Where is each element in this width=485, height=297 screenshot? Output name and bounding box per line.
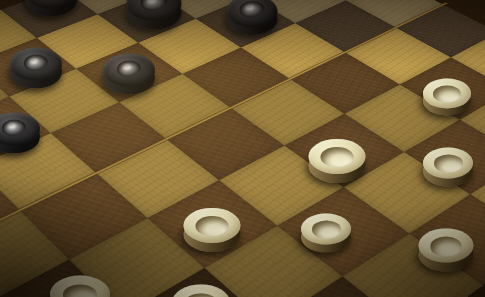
piece-dimple bbox=[117, 60, 142, 77]
piece-top bbox=[423, 79, 471, 109]
black-man-d6[interactable] bbox=[103, 54, 155, 95]
white-man-d2[interactable] bbox=[301, 214, 351, 253]
white-man-e1[interactable] bbox=[419, 229, 474, 272]
piece-top bbox=[10, 48, 62, 81]
white-man-e3[interactable] bbox=[309, 139, 366, 183]
black-man-c7[interactable] bbox=[10, 48, 62, 89]
piece-dimple bbox=[434, 155, 463, 172]
piece-dimple bbox=[195, 216, 228, 236]
black-man-e7[interactable] bbox=[127, 0, 182, 30]
white-man-c3[interactable] bbox=[184, 208, 241, 252]
piece-dimple bbox=[433, 86, 461, 103]
piece-dimple bbox=[184, 293, 218, 297]
piece-dimple bbox=[320, 147, 353, 167]
piece-dimple bbox=[430, 237, 462, 256]
piece-top bbox=[50, 276, 110, 297]
piece-top bbox=[301, 214, 351, 245]
piece-dimple bbox=[63, 285, 98, 297]
piece-top bbox=[423, 148, 473, 179]
piece-dimple bbox=[312, 221, 341, 238]
black-man-d8[interactable] bbox=[25, 0, 77, 17]
piece-dimple bbox=[141, 0, 167, 11]
piece-top bbox=[184, 208, 241, 243]
piece-top bbox=[172, 285, 230, 297]
black-man-f6[interactable] bbox=[227, 0, 278, 35]
piece-top bbox=[309, 139, 366, 174]
piece-top bbox=[103, 54, 155, 87]
white-man-g3[interactable] bbox=[423, 79, 471, 116]
pieces-layer bbox=[0, 0, 485, 297]
piece-dimple bbox=[240, 1, 264, 18]
white-man-a3[interactable] bbox=[50, 276, 110, 297]
piece-dimple bbox=[2, 119, 27, 136]
checkers-photo-stage bbox=[0, 0, 485, 297]
white-man-f2[interactable] bbox=[423, 148, 473, 187]
black-man-b6[interactable] bbox=[0, 113, 40, 154]
white-man-b2[interactable] bbox=[172, 285, 230, 297]
piece-dimple bbox=[24, 54, 49, 71]
